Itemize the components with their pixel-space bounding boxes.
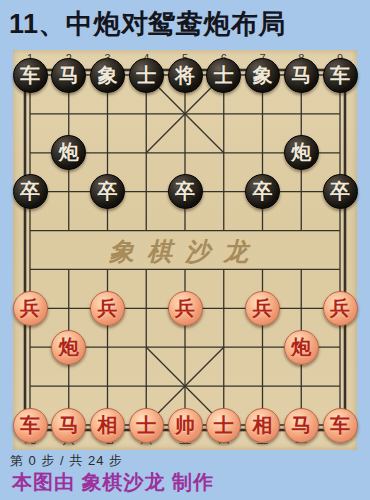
piece-black-chariot-1: 车 (13, 58, 48, 93)
move-counter: 第 0 步 / 共 24 步 (10, 452, 123, 470)
piece-red-advisor-1: 士 (129, 408, 164, 443)
piece-red-general: 帅 (168, 408, 203, 443)
piece-red-soldier-4: 兵 (245, 291, 280, 326)
piece-black-soldier-5: 卒 (323, 174, 358, 209)
piece-black-elephant-2: 象 (245, 58, 280, 93)
piece-red-horse-1: 马 (51, 408, 86, 443)
piece-red-soldier-3: 兵 (168, 291, 203, 326)
piece-red-chariot-1: 车 (13, 408, 48, 443)
piece-black-soldier-4: 卒 (245, 174, 280, 209)
piece-black-soldier-1: 卒 (13, 174, 48, 209)
page-title: 11、中炮对鸳鸯炮布局 (9, 6, 286, 42)
piece-black-horse-2: 马 (284, 58, 319, 93)
piece-black-advisor-1: 士 (129, 58, 164, 93)
piece-black-cannon-2: 炮 (284, 135, 319, 170)
piece-red-horse-2: 马 (284, 408, 319, 443)
piece-red-chariot-2: 车 (323, 408, 358, 443)
piece-red-soldier-2: 兵 (90, 291, 125, 326)
credit-line: 本图由 象棋沙龙 制作 (12, 469, 214, 496)
piece-red-advisor-2: 士 (206, 408, 241, 443)
piece-black-elephant-1: 象 (90, 58, 125, 93)
board-grid (13, 50, 357, 450)
piece-red-soldier-5: 兵 (323, 291, 358, 326)
piece-black-chariot-2: 车 (323, 58, 358, 93)
piece-red-cannon-1: 炮 (51, 330, 86, 365)
piece-black-advisor-2: 士 (206, 58, 241, 93)
piece-black-general: 将 (168, 58, 203, 93)
piece-red-soldier-1: 兵 (13, 291, 48, 326)
piece-red-elephant-1: 相 (90, 408, 125, 443)
piece-red-elephant-2: 相 (245, 408, 280, 443)
xiangqi-diagram: 11、中炮对鸳鸯炮布局 象棋沙龙 123456789 九八七六五四三二一 车马象… (0, 0, 370, 500)
piece-red-cannon-2: 炮 (284, 330, 319, 365)
piece-black-horse-1: 马 (51, 58, 86, 93)
piece-black-soldier-2: 卒 (90, 174, 125, 209)
piece-black-soldier-3: 卒 (168, 174, 203, 209)
xiangqi-board: 象棋沙龙 123456789 九八七六五四三二一 车马象士将士象马车炮炮卒卒卒卒… (13, 50, 357, 450)
